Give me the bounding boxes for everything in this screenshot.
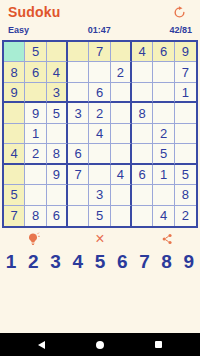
- cell-r3c7[interactable]: [153, 103, 174, 123]
- cell-r8c5[interactable]: [111, 206, 132, 226]
- cell-r0c2[interactable]: [47, 42, 68, 62]
- cell-r7c0[interactable]: 5: [4, 185, 25, 205]
- cell-r7c8[interactable]: 8: [175, 185, 196, 205]
- cell-r6c4[interactable]: [89, 165, 110, 185]
- number-pad: 123456789: [0, 249, 200, 275]
- cell-r7c5[interactable]: [111, 185, 132, 205]
- back-button[interactable]: [38, 341, 45, 349]
- cell-r8c7[interactable]: 4: [153, 206, 174, 226]
- cell-r0c0[interactable]: [4, 42, 25, 62]
- cell-r2c3[interactable]: [68, 83, 89, 103]
- cell-r6c7[interactable]: 1: [153, 165, 174, 185]
- cell-r7c4[interactable]: 3: [89, 185, 110, 205]
- cell-r0c8[interactable]: 9: [175, 42, 196, 62]
- cell-r4c2[interactable]: [47, 124, 68, 144]
- cell-r2c7[interactable]: [153, 83, 174, 103]
- cell-r3c3[interactable]: 3: [68, 103, 89, 123]
- cell-r4c1[interactable]: 1: [25, 124, 46, 144]
- cell-r8c0[interactable]: 7: [4, 206, 25, 226]
- share-button[interactable]: [133, 233, 200, 245]
- cell-r6c0[interactable]: [4, 165, 25, 185]
- cell-r4c0[interactable]: [4, 124, 25, 144]
- cell-r7c6[interactable]: [132, 185, 153, 205]
- cell-r3c6[interactable]: 8: [132, 103, 153, 123]
- hint-button[interactable]: [0, 232, 67, 246]
- sudoku-app: Sudoku Easy 01:47 42/81 5746986427936195…: [0, 0, 200, 356]
- cell-r2c6[interactable]: [132, 83, 153, 103]
- cell-r6c5[interactable]: 4: [111, 165, 132, 185]
- cell-r5c1[interactable]: 2: [25, 144, 46, 164]
- cell-r0c6[interactable]: 4: [132, 42, 153, 62]
- numpad-5[interactable]: 5: [89, 249, 111, 275]
- cell-r5c4[interactable]: [89, 144, 110, 164]
- cell-r2c4[interactable]: 6: [89, 83, 110, 103]
- cell-r2c1[interactable]: [25, 83, 46, 103]
- cell-r6c8[interactable]: 5: [175, 165, 196, 185]
- cell-r4c6[interactable]: [132, 124, 153, 144]
- cell-r1c0[interactable]: 8: [4, 62, 25, 82]
- cell-r5c6[interactable]: [132, 144, 153, 164]
- status-bar: Easy 01:47 42/81: [0, 22, 200, 37]
- android-navbar: [0, 333, 200, 356]
- progress-counter: 42/81: [169, 25, 192, 35]
- share-icon: [161, 233, 173, 245]
- cell-r5c3[interactable]: 6: [68, 144, 89, 164]
- cell-r0c7[interactable]: 6: [153, 42, 174, 62]
- cell-r0c1[interactable]: 5: [25, 42, 46, 62]
- cell-r4c8[interactable]: [175, 124, 196, 144]
- cell-r4c4[interactable]: 4: [89, 124, 110, 144]
- cell-r1c4[interactable]: [89, 62, 110, 82]
- cell-r8c4[interactable]: 5: [89, 206, 110, 226]
- cell-r5c8[interactable]: [175, 144, 196, 164]
- cell-r4c3[interactable]: [68, 124, 89, 144]
- app-title: Sudoku: [8, 4, 61, 20]
- cell-r6c1[interactable]: [25, 165, 46, 185]
- sudoku-board: 5746986427936195328142428659746155387865…: [2, 40, 198, 228]
- cell-r0c5[interactable]: [111, 42, 132, 62]
- cell-r8c3[interactable]: [68, 206, 89, 226]
- cell-r3c8[interactable]: [175, 103, 196, 123]
- cell-r8c2[interactable]: 6: [47, 206, 68, 226]
- cell-r6c3[interactable]: 7: [68, 165, 89, 185]
- cell-r7c2[interactable]: [47, 185, 68, 205]
- cell-r2c8[interactable]: 1: [175, 83, 196, 103]
- cell-r1c2[interactable]: 4: [47, 62, 68, 82]
- cell-r4c5[interactable]: [111, 124, 132, 144]
- numpad-6[interactable]: 6: [111, 249, 133, 275]
- numpad-2[interactable]: 2: [22, 249, 44, 275]
- cell-r8c1[interactable]: 8: [25, 206, 46, 226]
- cell-r5c0[interactable]: 4: [4, 144, 25, 164]
- cell-r2c2[interactable]: 3: [47, 83, 68, 103]
- cell-r4c7[interactable]: 2: [153, 124, 174, 144]
- cell-r0c4[interactable]: 7: [89, 42, 110, 62]
- cell-r7c1[interactable]: [25, 185, 46, 205]
- cell-r6c6[interactable]: 6: [132, 165, 153, 185]
- cell-r6c2[interactable]: 9: [47, 165, 68, 185]
- cell-r2c0[interactable]: 9: [4, 83, 25, 103]
- erase-button[interactable]: ×: [67, 230, 134, 248]
- cell-r5c7[interactable]: 5: [153, 144, 174, 164]
- cell-r2c5[interactable]: [111, 83, 132, 103]
- lightbulb-icon: [26, 232, 40, 246]
- cell-r1c6[interactable]: [132, 62, 153, 82]
- refresh-button[interactable]: [173, 6, 186, 19]
- cell-r1c7[interactable]: [153, 62, 174, 82]
- numpad-8[interactable]: 8: [156, 249, 178, 275]
- cell-r5c5[interactable]: [111, 144, 132, 164]
- numpad-4[interactable]: 4: [67, 249, 89, 275]
- cell-r3c0[interactable]: [4, 103, 25, 123]
- cell-r7c7[interactable]: [153, 185, 174, 205]
- toolbar: ×: [0, 229, 200, 249]
- home-button[interactable]: [96, 341, 104, 349]
- cell-r1c3[interactable]: [68, 62, 89, 82]
- cell-r5c2[interactable]: 8: [47, 144, 68, 164]
- recents-button[interactable]: [155, 341, 162, 348]
- difficulty-label: Easy: [8, 25, 29, 35]
- numpad-7[interactable]: 7: [133, 249, 155, 275]
- cell-r1c5[interactable]: 2: [111, 62, 132, 82]
- cell-r3c1[interactable]: 9: [25, 103, 46, 123]
- numpad-3[interactable]: 3: [44, 249, 66, 275]
- cell-r3c2[interactable]: 5: [47, 103, 68, 123]
- numpad-9[interactable]: 9: [178, 249, 200, 275]
- cell-r8c8[interactable]: 2: [175, 206, 196, 226]
- cell-r3c4[interactable]: 2: [89, 103, 110, 123]
- numpad-1[interactable]: 1: [0, 249, 22, 275]
- x-icon: ×: [95, 230, 104, 247]
- refresh-icon: [173, 6, 186, 19]
- cell-r1c8[interactable]: 7: [175, 62, 196, 82]
- cell-r3c5[interactable]: [111, 103, 132, 123]
- cell-r7c3[interactable]: [68, 185, 89, 205]
- app-header: Sudoku: [0, 0, 200, 22]
- timer: 01:47: [88, 25, 111, 35]
- cell-r1c1[interactable]: 6: [25, 62, 46, 82]
- cell-r0c3[interactable]: [68, 42, 89, 62]
- cell-r8c6[interactable]: [132, 206, 153, 226]
